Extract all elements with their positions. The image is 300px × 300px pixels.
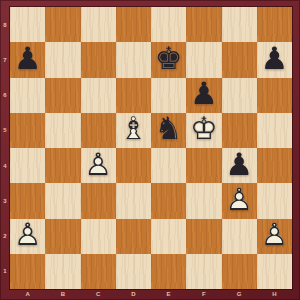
white-pawn-icon[interactable]: ♟♙ (10, 219, 45, 254)
square-g2[interactable] (222, 219, 257, 254)
square-h6[interactable] (257, 78, 292, 113)
file-label: E (151, 288, 186, 300)
black-king-icon[interactable]: ♚ (151, 42, 186, 77)
square-g6[interactable] (222, 78, 257, 113)
square-b7[interactable] (45, 42, 80, 77)
square-c2[interactable] (81, 219, 116, 254)
file-label: C (81, 288, 116, 300)
square-b6[interactable] (45, 78, 80, 113)
square-f4[interactable] (186, 148, 221, 183)
square-g7[interactable] (222, 42, 257, 77)
square-g4[interactable]: ♟ (222, 148, 257, 183)
square-f5[interactable]: ♚♔ (186, 113, 221, 148)
square-d3[interactable] (116, 183, 151, 218)
square-c4[interactable]: ♟♙ (81, 148, 116, 183)
rank-label: 6 (0, 78, 10, 113)
square-b5[interactable] (45, 113, 80, 148)
square-h8[interactable] (257, 7, 292, 42)
white-pawn-icon[interactable]: ♟♙ (257, 219, 292, 254)
square-e1[interactable] (151, 254, 186, 289)
square-h5[interactable] (257, 113, 292, 148)
square-e7[interactable]: ♚ (151, 42, 186, 77)
square-d4[interactable] (116, 148, 151, 183)
black-pawn-icon[interactable]: ♟ (222, 148, 257, 183)
square-a2[interactable]: ♟♙ (10, 219, 45, 254)
file-label: A (10, 288, 45, 300)
white-king-icon[interactable]: ♚♔ (186, 113, 221, 148)
square-a6[interactable] (10, 78, 45, 113)
file-labels: ABCDEFGH (10, 288, 292, 300)
square-g3[interactable]: ♟♙ (222, 183, 257, 218)
square-c6[interactable] (81, 78, 116, 113)
rank-label: 2 (0, 219, 10, 254)
square-h3[interactable] (257, 183, 292, 218)
square-e4[interactable] (151, 148, 186, 183)
square-b1[interactable] (45, 254, 80, 289)
square-d8[interactable] (116, 7, 151, 42)
square-a4[interactable] (10, 148, 45, 183)
black-pawn-icon[interactable]: ♟ (186, 78, 221, 113)
square-f2[interactable] (186, 219, 221, 254)
square-d1[interactable] (116, 254, 151, 289)
square-e5[interactable]: ♞ (151, 113, 186, 148)
square-c5[interactable] (81, 113, 116, 148)
square-c1[interactable] (81, 254, 116, 289)
rank-label: 5 (0, 113, 10, 148)
square-e8[interactable] (151, 7, 186, 42)
square-e2[interactable] (151, 219, 186, 254)
rank-label: 4 (0, 148, 10, 183)
square-e3[interactable] (151, 183, 186, 218)
square-b8[interactable] (45, 7, 80, 42)
square-f7[interactable] (186, 42, 221, 77)
rank-label: 1 (0, 254, 10, 289)
square-g8[interactable] (222, 7, 257, 42)
white-pawn-icon[interactable]: ♟♙ (222, 183, 257, 218)
rank-label: 7 (0, 42, 10, 77)
square-b2[interactable] (45, 219, 80, 254)
rank-label: 8 (0, 7, 10, 42)
square-d2[interactable] (116, 219, 151, 254)
file-label: D (116, 288, 151, 300)
square-h2[interactable]: ♟♙ (257, 219, 292, 254)
square-g1[interactable] (222, 254, 257, 289)
square-f8[interactable] (186, 7, 221, 42)
board-frame: 87654321 ABCDEFGH ♟♚♟♟♝♗♞♚♔♟♙♟♟♙♟♙♟♙ (0, 0, 300, 300)
square-g5[interactable] (222, 113, 257, 148)
square-c8[interactable] (81, 7, 116, 42)
square-a5[interactable] (10, 113, 45, 148)
square-f1[interactable] (186, 254, 221, 289)
square-d7[interactable] (116, 42, 151, 77)
square-a1[interactable] (10, 254, 45, 289)
square-c3[interactable] (81, 183, 116, 218)
square-f6[interactable]: ♟ (186, 78, 221, 113)
square-h1[interactable] (257, 254, 292, 289)
file-label: G (222, 288, 257, 300)
rank-label: 3 (0, 183, 10, 218)
black-knight-icon[interactable]: ♞ (151, 113, 186, 148)
square-e6[interactable] (151, 78, 186, 113)
white-pawn-icon[interactable]: ♟♙ (81, 148, 116, 183)
rank-labels: 87654321 (0, 7, 10, 289)
square-a3[interactable] (10, 183, 45, 218)
white-bishop-icon[interactable]: ♝♗ (116, 113, 151, 148)
square-h7[interactable]: ♟ (257, 42, 292, 77)
square-b3[interactable] (45, 183, 80, 218)
square-f3[interactable] (186, 183, 221, 218)
black-pawn-icon[interactable]: ♟ (10, 42, 45, 77)
square-c7[interactable] (81, 42, 116, 77)
square-d6[interactable] (116, 78, 151, 113)
square-a8[interactable] (10, 7, 45, 42)
black-pawn-icon[interactable]: ♟ (257, 42, 292, 77)
file-label: B (45, 288, 80, 300)
square-d5[interactable]: ♝♗ (116, 113, 151, 148)
file-label: H (257, 288, 292, 300)
square-a7[interactable]: ♟ (10, 42, 45, 77)
square-b4[interactable] (45, 148, 80, 183)
square-h4[interactable] (257, 148, 292, 183)
file-label: F (186, 288, 221, 300)
chess-board: ♟♚♟♟♝♗♞♚♔♟♙♟♟♙♟♙♟♙ (10, 7, 292, 289)
